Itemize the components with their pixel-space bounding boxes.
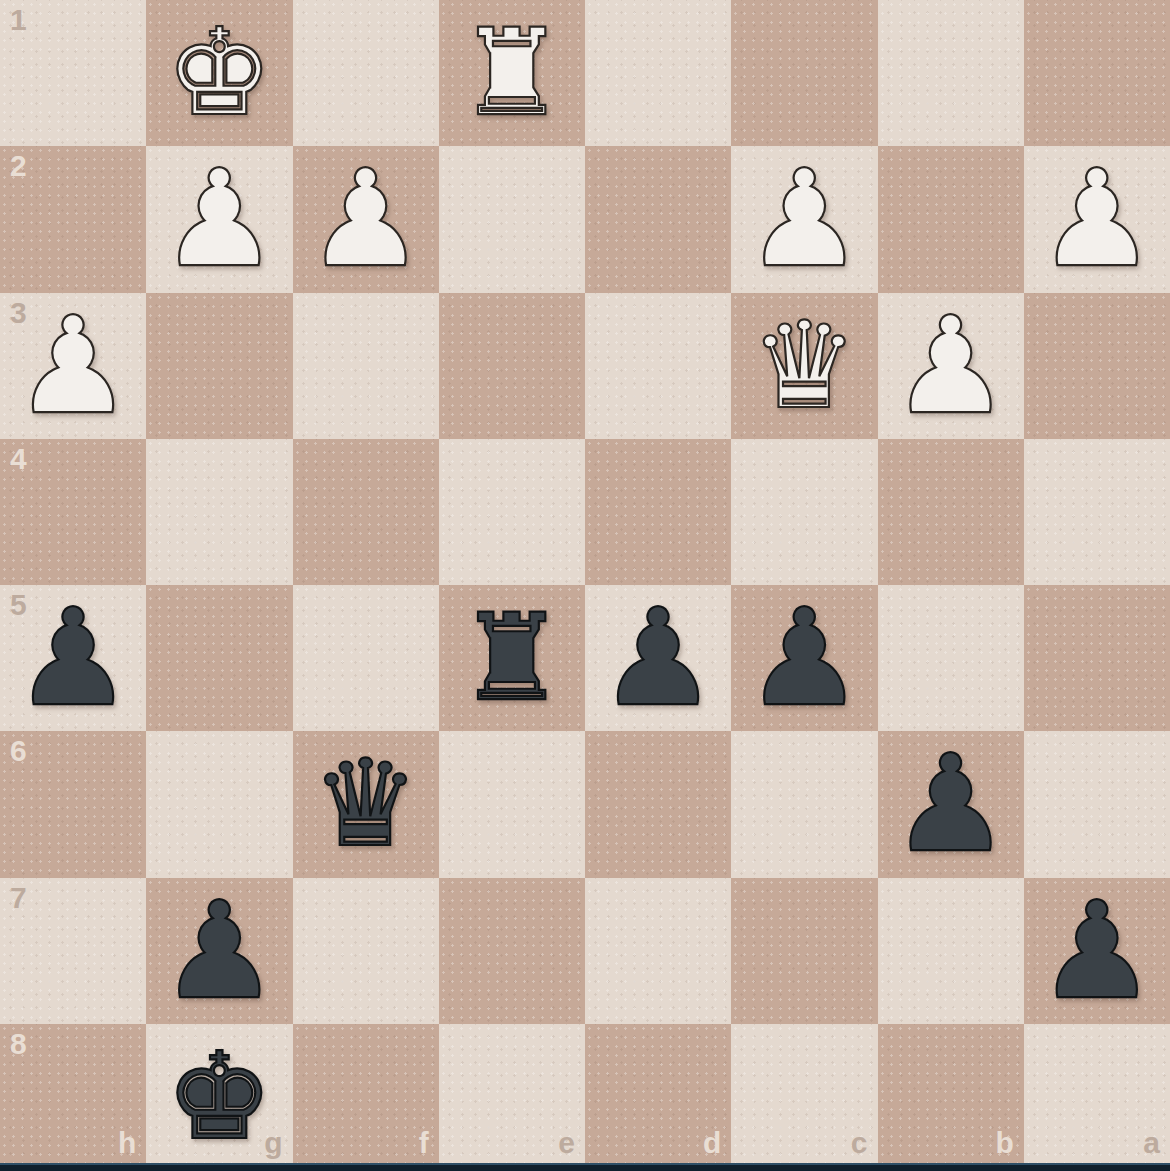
rank-label-3: 3 [10,296,27,330]
square-g4[interactable] [146,439,292,585]
square-c5[interactable]: ♟ [731,585,877,731]
square-b8[interactable]: b [878,1024,1024,1170]
square-d4[interactable] [585,439,731,585]
file-label-c: c [851,1126,868,1160]
square-d1[interactable] [585,0,731,146]
chess-board-screen: 1♚♜2♟♟♟♟♟3♛♟4♟5♜♟♟6♛♟7♟♟8h♚gfedcba [0,0,1170,1171]
black-pawn-c5[interactable]: ♟ [744,591,864,725]
white-king-g1[interactable]: ♚ [166,13,274,133]
white-pawn-c2[interactable]: ♟ [744,152,864,286]
square-g2[interactable]: ♟ [146,146,292,292]
square-b5[interactable] [878,585,1024,731]
square-a6[interactable] [1024,731,1170,877]
rank-label-7: 7 [10,881,27,915]
rank-label-6: 6 [10,734,27,768]
square-d2[interactable] [585,146,731,292]
white-pawn-a2[interactable]: ♟ [1037,152,1157,286]
black-king-g8[interactable]: ♚ [166,1037,274,1157]
bottom-edge-bar [0,1163,1170,1171]
square-c6[interactable] [731,731,877,877]
square-h5[interactable]: ♟5 [0,585,146,731]
square-f7[interactable] [293,878,439,1024]
rank-label-8: 8 [10,1027,27,1061]
black-pawn-a7[interactable]: ♟ [1037,884,1157,1018]
white-pawn-b3[interactable]: ♟ [891,299,1011,433]
square-f8[interactable]: f [293,1024,439,1170]
square-f2[interactable]: ♟ [293,146,439,292]
square-d6[interactable] [585,731,731,877]
square-h1[interactable]: 1 [0,0,146,146]
square-a7[interactable]: ♟ [1024,878,1170,1024]
square-e5[interactable]: ♜ [439,585,585,731]
square-d5[interactable]: ♟ [585,585,731,731]
square-c2[interactable]: ♟ [731,146,877,292]
square-h3[interactable]: ♟3 [0,293,146,439]
square-e6[interactable] [439,731,585,877]
square-c4[interactable] [731,439,877,585]
square-e8[interactable]: e [439,1024,585,1170]
square-e4[interactable] [439,439,585,585]
square-c1[interactable] [731,0,877,146]
square-b2[interactable] [878,146,1024,292]
square-f6[interactable]: ♛ [293,731,439,877]
square-h7[interactable]: 7 [0,878,146,1024]
black-pawn-g7[interactable]: ♟ [159,884,279,1018]
square-b4[interactable] [878,439,1024,585]
file-label-g: g [264,1126,282,1160]
square-f4[interactable] [293,439,439,585]
square-a4[interactable] [1024,439,1170,585]
rank-label-4: 4 [10,442,27,476]
square-g3[interactable] [146,293,292,439]
square-a8[interactable]: a [1024,1024,1170,1170]
square-c3[interactable]: ♛ [731,293,877,439]
square-e3[interactable] [439,293,585,439]
square-f1[interactable] [293,0,439,146]
white-pawn-h3[interactable]: ♟ [13,299,133,433]
file-label-d: d [703,1126,721,1160]
square-b7[interactable] [878,878,1024,1024]
square-h2[interactable]: 2 [0,146,146,292]
rank-label-5: 5 [10,588,27,622]
square-g6[interactable] [146,731,292,877]
chess-board: 1♚♜2♟♟♟♟♟3♛♟4♟5♜♟♟6♛♟7♟♟8h♚gfedcba [0,0,1170,1170]
white-pawn-g2[interactable]: ♟ [159,152,279,286]
square-h8[interactable]: 8h [0,1024,146,1170]
black-pawn-d5[interactable]: ♟ [598,591,718,725]
square-f3[interactable] [293,293,439,439]
file-label-a: a [1143,1126,1160,1160]
square-f5[interactable] [293,585,439,731]
square-g8[interactable]: ♚g [146,1024,292,1170]
square-a3[interactable] [1024,293,1170,439]
square-g5[interactable] [146,585,292,731]
white-queen-c3[interactable]: ♛ [751,306,859,426]
black-pawn-b6[interactable]: ♟ [891,737,1011,871]
white-rook-e1[interactable]: ♜ [458,13,566,133]
square-a5[interactable] [1024,585,1170,731]
square-e2[interactable] [439,146,585,292]
square-d3[interactable] [585,293,731,439]
file-label-b: b [995,1126,1013,1160]
square-g7[interactable]: ♟ [146,878,292,1024]
square-h6[interactable]: 6 [0,731,146,877]
square-c7[interactable] [731,878,877,1024]
square-g1[interactable]: ♚ [146,0,292,146]
black-queen-f6[interactable]: ♛ [312,744,420,864]
black-pawn-h5[interactable]: ♟ [13,591,133,725]
black-rook-e5[interactable]: ♜ [458,598,566,718]
square-h4[interactable]: 4 [0,439,146,585]
white-pawn-f2[interactable]: ♟ [306,152,426,286]
file-label-h: h [118,1126,136,1160]
square-e7[interactable] [439,878,585,1024]
square-a1[interactable] [1024,0,1170,146]
file-label-e: e [558,1126,575,1160]
file-label-f: f [419,1126,429,1160]
square-b3[interactable]: ♟ [878,293,1024,439]
square-c8[interactable]: c [731,1024,877,1170]
square-b6[interactable]: ♟ [878,731,1024,877]
rank-label-2: 2 [10,149,27,183]
rank-label-1: 1 [10,3,27,37]
square-b1[interactable] [878,0,1024,146]
square-e1[interactable]: ♜ [439,0,585,146]
square-d8[interactable]: d [585,1024,731,1170]
square-a2[interactable]: ♟ [1024,146,1170,292]
square-d7[interactable] [585,878,731,1024]
